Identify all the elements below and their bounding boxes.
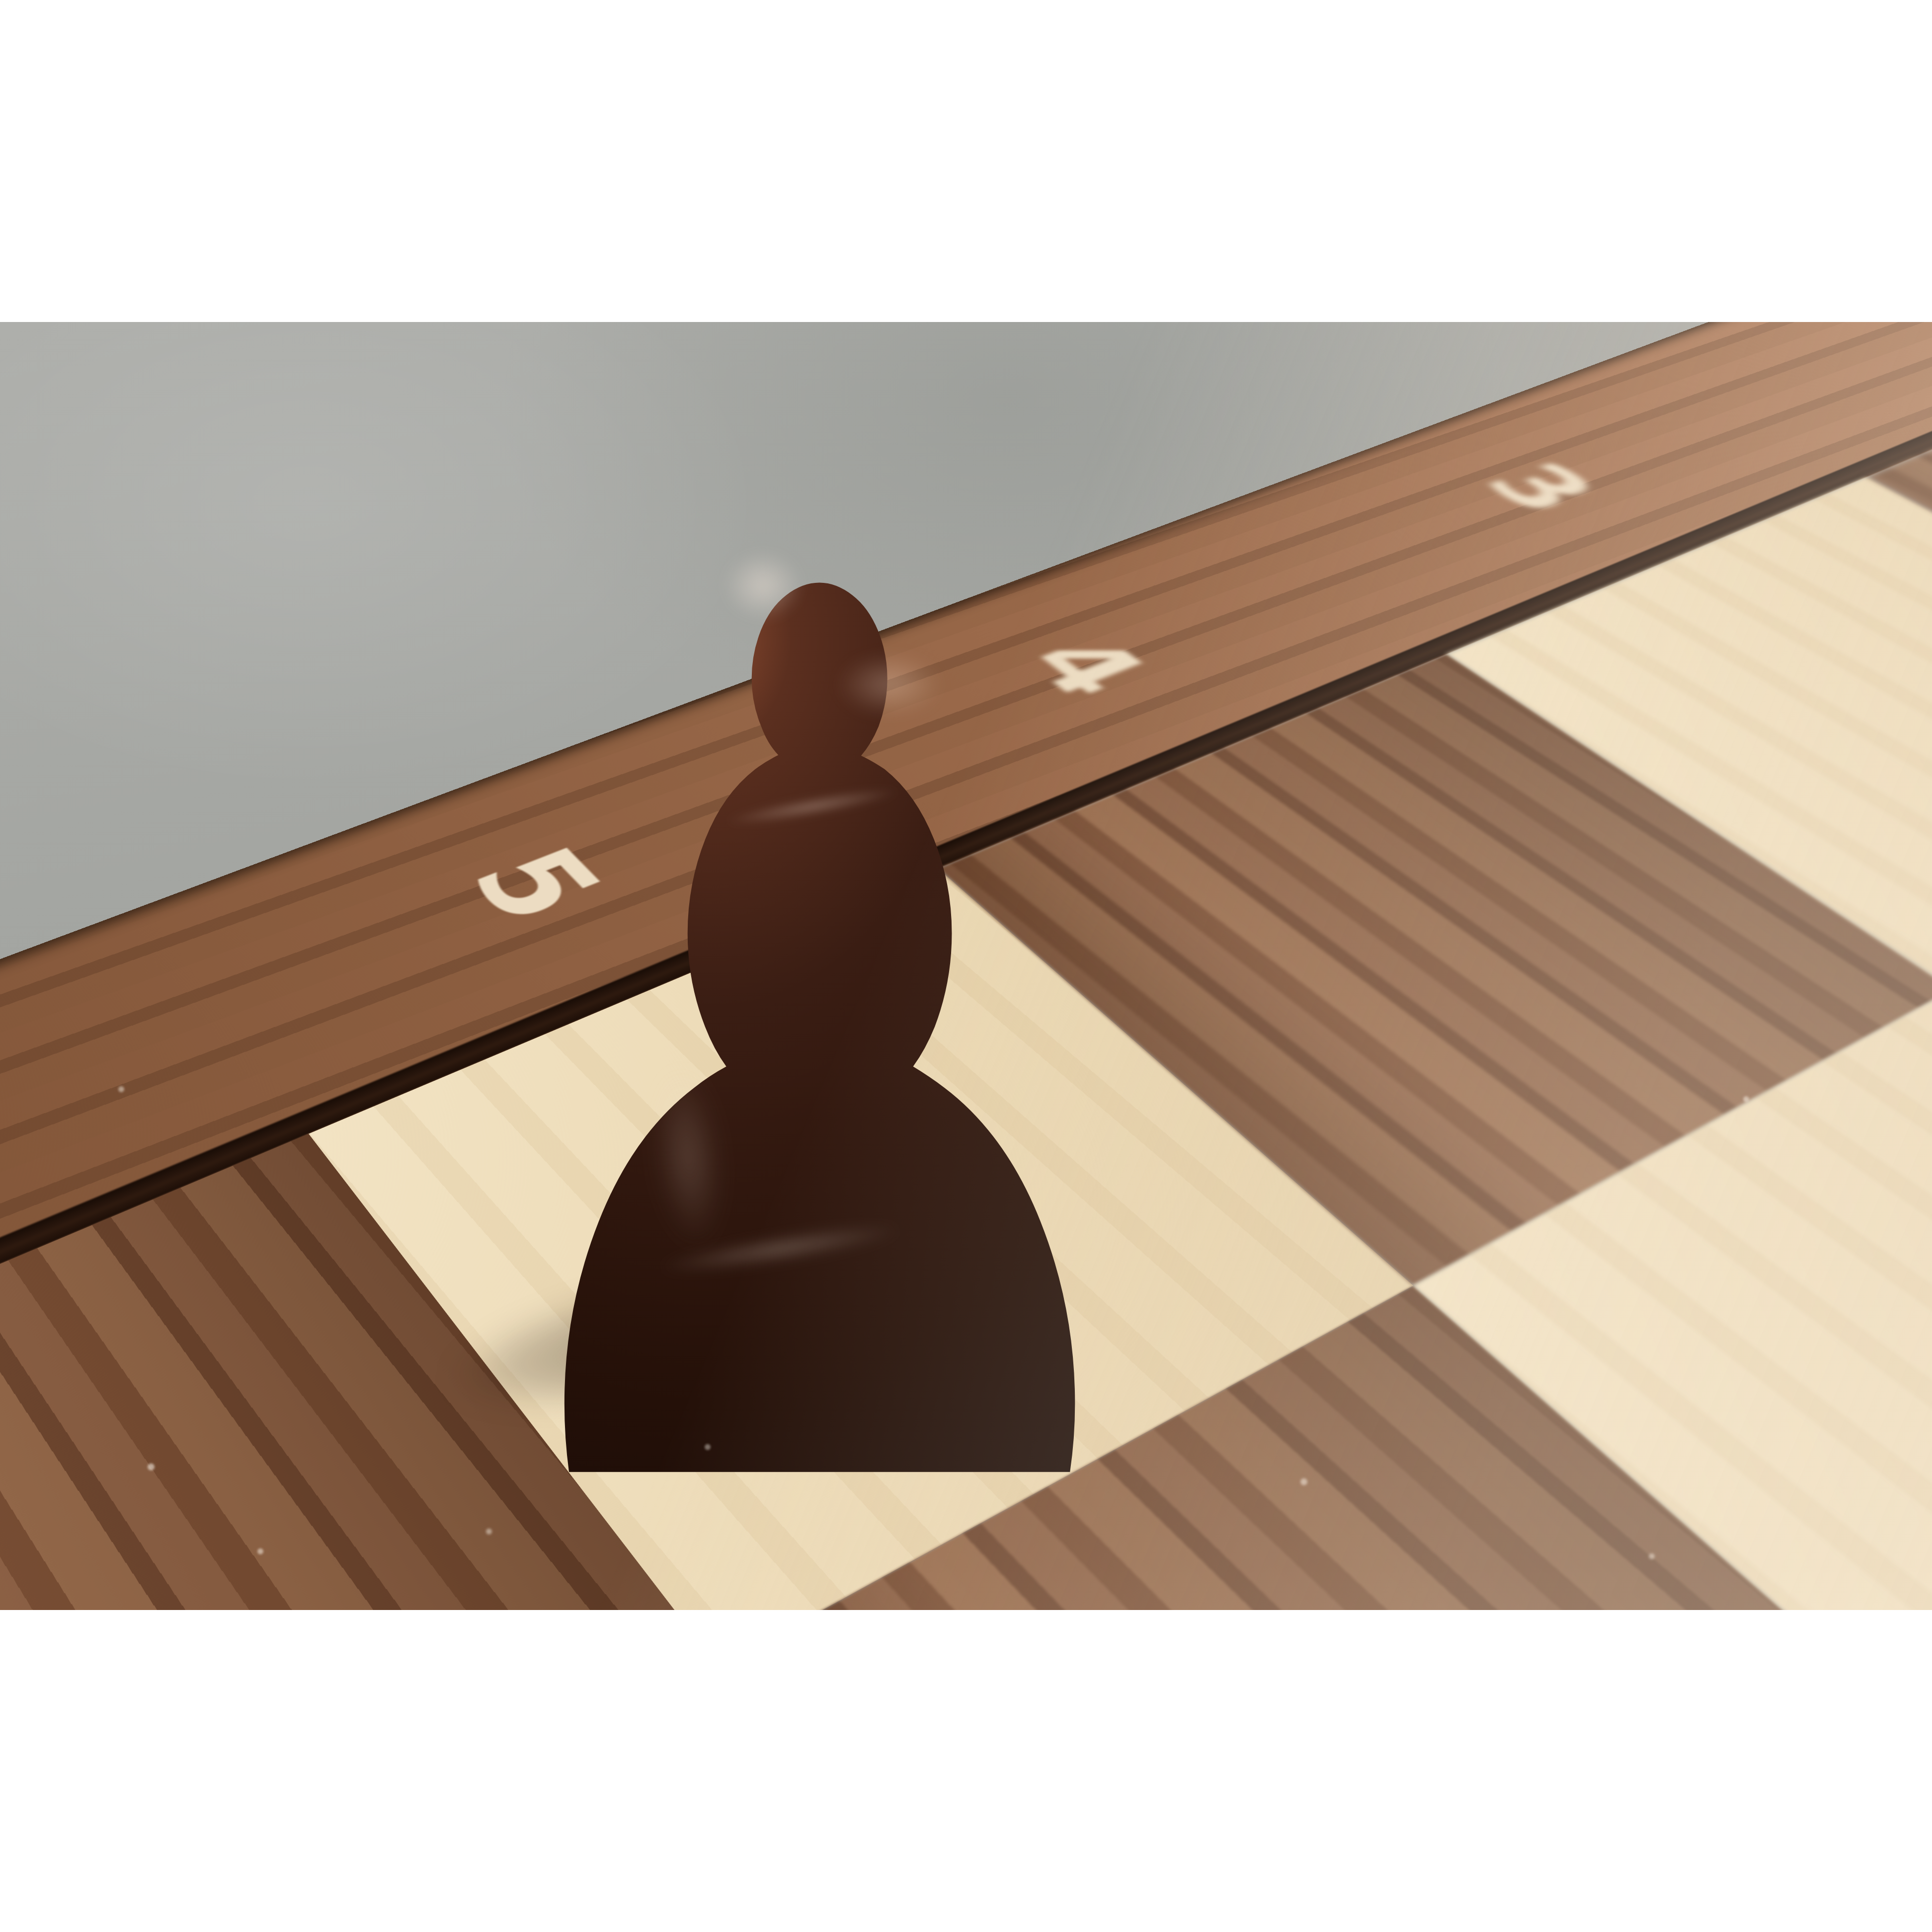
photo-canvas: 5 4 3 xyxy=(0,0,1932,1932)
letterbox-top xyxy=(0,0,1932,322)
photo-background: 5 4 3 xyxy=(0,322,1932,1610)
letterbox-bottom xyxy=(0,1610,1932,1932)
black-pawn: ♟ xyxy=(378,322,1262,1415)
dust-specks xyxy=(0,322,4,326)
black-pawn-glyph: ♟ xyxy=(438,441,1202,1610)
rank-label-3: 3 xyxy=(1439,438,1645,539)
